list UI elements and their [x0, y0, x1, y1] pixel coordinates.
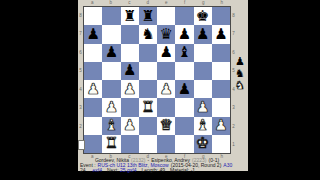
square-f1[interactable]: [175, 135, 193, 153]
video-frame: { "game": "chess", "position": { "fen": …: [0, 0, 320, 180]
piece-white-pawn[interactable]: ♟: [196, 100, 209, 115]
piece-black-pawn[interactable]: ♟: [105, 45, 118, 60]
square-e4[interactable]: ♟: [157, 80, 175, 98]
square-e7[interactable]: ♛: [157, 25, 175, 43]
next-move-group: Next: 25.gxf4: [107, 168, 136, 173]
square-e3[interactable]: [157, 98, 175, 116]
square-g1[interactable]: ♚: [194, 135, 212, 153]
square-d4[interactable]: [139, 80, 157, 98]
square-a7[interactable]: ♟: [84, 25, 102, 43]
material-group: Material: -1: [170, 168, 195, 173]
square-a3[interactable]: [84, 98, 102, 116]
square-b1[interactable]: ♜: [102, 135, 120, 153]
square-c3[interactable]: [121, 98, 139, 116]
move-status-line: 24 ... exf4 Next: 25.gxf4 Length: 49 Mat…: [80, 168, 195, 173]
square-c6[interactable]: [121, 44, 139, 62]
material-value: -1: [191, 167, 195, 173]
piece-black-pawn[interactable]: ♟: [123, 63, 136, 78]
piece-black-rook[interactable]: ♜: [123, 9, 136, 24]
captured-white-knight: ♞: [235, 80, 245, 91]
length-group: Length: 49: [141, 168, 165, 173]
piece-black-pawn[interactable]: ♟: [86, 27, 99, 42]
piece-white-pawn[interactable]: ♟: [123, 118, 136, 133]
last-move-link[interactable]: exf4: [93, 167, 102, 173]
square-b4[interactable]: [102, 80, 120, 98]
next-label: Next:: [107, 167, 119, 173]
piece-white-pawn[interactable]: ♟: [159, 82, 172, 97]
square-d1[interactable]: [139, 135, 157, 153]
piece-white-rook[interactable]: ♜: [105, 136, 118, 151]
piece-black-pawn[interactable]: ♟: [178, 27, 191, 42]
square-h8[interactable]: [212, 7, 230, 25]
length-label: Length:: [141, 167, 158, 173]
piece-white-bishop[interactable]: ♝: [196, 118, 209, 133]
piece-black-pawn[interactable]: ♟: [214, 27, 227, 42]
square-c7[interactable]: [121, 25, 139, 43]
square-a4[interactable]: ♟: [84, 80, 102, 98]
square-f6[interactable]: ♝: [175, 44, 193, 62]
square-f5[interactable]: [175, 62, 193, 80]
square-f4[interactable]: ♟: [175, 80, 193, 98]
square-f3[interactable]: [175, 98, 193, 116]
square-e1[interactable]: [157, 135, 175, 153]
piece-black-bishop[interactable]: ♝: [178, 45, 191, 60]
square-c4[interactable]: ♟: [121, 80, 139, 98]
turn-indicator: [78, 140, 85, 150]
square-d3[interactable]: ♜: [139, 98, 157, 116]
square-d7[interactable]: ♞: [139, 25, 157, 43]
piece-black-rook[interactable]: ♜: [141, 9, 154, 24]
square-b3[interactable]: ♟: [102, 98, 120, 116]
rank-label-7: 7: [231, 25, 236, 44]
piece-black-queen[interactable]: ♛: [159, 27, 172, 42]
square-g6[interactable]: [194, 44, 212, 62]
square-b5[interactable]: [102, 62, 120, 80]
move-number: 24 ...: [80, 167, 91, 173]
square-c8[interactable]: ♜: [121, 7, 139, 25]
square-a1[interactable]: [84, 135, 102, 153]
square-b2[interactable]: ♝: [102, 117, 120, 135]
square-f2[interactable]: [175, 117, 193, 135]
square-e5[interactable]: [157, 62, 175, 80]
next-move-link[interactable]: 25.gxf4: [120, 167, 136, 173]
piece-white-pawn[interactable]: ♟: [105, 100, 118, 115]
square-h5[interactable]: [212, 62, 230, 80]
square-f7[interactable]: ♟: [175, 25, 193, 43]
square-e2[interactable]: ♛: [157, 117, 175, 135]
piece-black-pawn[interactable]: ♟: [178, 82, 191, 97]
piece-black-king[interactable]: ♚: [196, 9, 209, 24]
square-e8[interactable]: [157, 7, 175, 25]
square-b7[interactable]: [102, 25, 120, 43]
square-h4[interactable]: [212, 80, 230, 98]
square-a5[interactable]: [84, 62, 102, 80]
piece-white-pawn[interactable]: ♟: [123, 82, 136, 97]
chess-board[interactable]: ♜♜♚♟♞♛♟♟♟♟♟♝♟♟♟♟♟♟♜♟♝♟♛♝♟♜♚: [83, 6, 231, 154]
square-d6[interactable]: [139, 44, 157, 62]
captured-pieces-tray: ♟♞♞: [233, 56, 247, 91]
piece-black-knight[interactable]: ♞: [141, 27, 154, 42]
square-e6[interactable]: ♟: [157, 44, 175, 62]
piece-white-queen[interactable]: ♛: [159, 118, 172, 133]
length-value: 49: [160, 167, 166, 173]
rank-label-2: 2: [231, 117, 236, 136]
square-a8[interactable]: [84, 7, 102, 25]
square-c1[interactable]: [121, 135, 139, 153]
chess-viewer-panel: abcdefgh abcdefgh 87654321 87654321 ♜♜♚♟…: [78, 0, 248, 171]
square-a2[interactable]: [84, 117, 102, 135]
square-d5[interactable]: [139, 62, 157, 80]
square-h2[interactable]: ♟: [212, 117, 230, 135]
square-g4[interactable]: [194, 80, 212, 98]
square-c5[interactable]: ♟: [121, 62, 139, 80]
square-d2[interactable]: [139, 117, 157, 135]
captured-black-knight: ♞: [235, 68, 245, 79]
square-h1[interactable]: [212, 135, 230, 153]
square-a6[interactable]: [84, 44, 102, 62]
piece-white-king[interactable]: ♚: [196, 136, 209, 151]
piece-white-bishop[interactable]: ♝: [105, 118, 118, 133]
square-h7[interactable]: ♟: [212, 25, 230, 43]
eco-code: A30: [223, 162, 232, 168]
current-move: 24 ... exf4: [80, 168, 102, 173]
square-g7[interactable]: ♟: [194, 25, 212, 43]
piece-black-pawn[interactable]: ♟: [196, 27, 209, 42]
material-label: Material:: [170, 167, 189, 173]
square-g5[interactable]: [194, 62, 212, 80]
piece-white-pawn[interactable]: ♟: [86, 82, 99, 97]
square-b8[interactable]: [102, 7, 120, 25]
captured-black-pawn: ♟: [235, 56, 245, 67]
piece-white-rook[interactable]: ♜: [141, 100, 154, 115]
square-h3[interactable]: [212, 98, 230, 116]
square-d8[interactable]: ♜: [139, 7, 157, 25]
square-b6[interactable]: ♟: [102, 44, 120, 62]
rank-label-8: 8: [231, 6, 236, 25]
square-f8[interactable]: [175, 7, 193, 25]
square-g8[interactable]: ♚: [194, 7, 212, 25]
rank-label-1: 1: [231, 136, 236, 155]
rank-label-3: 3: [231, 99, 236, 118]
square-h6[interactable]: [212, 44, 230, 62]
square-g2[interactable]: ♝: [194, 117, 212, 135]
square-c2[interactable]: ♟: [121, 117, 139, 135]
piece-black-pawn[interactable]: ♟: [159, 45, 172, 60]
piece-white-pawn[interactable]: ♟: [214, 118, 227, 133]
square-g3[interactable]: ♟: [194, 98, 212, 116]
